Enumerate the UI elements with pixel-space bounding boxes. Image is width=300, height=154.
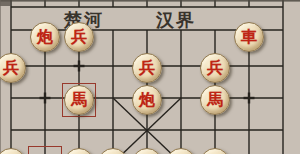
piece-red-soldier-c5[interactable]: 兵 <box>64 22 94 52</box>
top-left-corner-artifact <box>0 0 10 6</box>
piece-red-soldier-e4[interactable]: 兵 <box>132 53 162 83</box>
river-label-han-jie: 汉界 <box>156 8 196 32</box>
xiangqi-board[interactable]: 楚河 汉界 炮兵車兵兵兵馬炮馬 <box>0 0 300 154</box>
piece-glyph: 炮 <box>37 29 53 45</box>
move-highlight-b1 <box>28 146 62 154</box>
piece-red-chariot-h5[interactable]: 車 <box>234 22 264 52</box>
piece-glyph: 兵 <box>3 60 19 76</box>
top-edge-artifact <box>0 0 300 2</box>
piece-glyph: 馬 <box>71 92 87 108</box>
piece-red-soldier-g4[interactable]: 兵 <box>200 53 230 83</box>
piece-glyph: 車 <box>241 29 257 45</box>
piece-glyph: 兵 <box>71 29 87 45</box>
piece-red-cannon-b5[interactable]: 炮 <box>30 22 60 52</box>
piece-glyph: 兵 <box>139 60 155 76</box>
piece-red-horse-c3[interactable]: 馬 <box>64 85 94 115</box>
piece-red-horse-g3[interactable]: 馬 <box>200 85 230 115</box>
piece-glyph: 馬 <box>207 92 223 108</box>
piece-glyph: 兵 <box>207 60 223 76</box>
piece-glyph: 炮 <box>139 92 155 108</box>
piece-red-cannon-e3[interactable]: 炮 <box>132 85 162 115</box>
